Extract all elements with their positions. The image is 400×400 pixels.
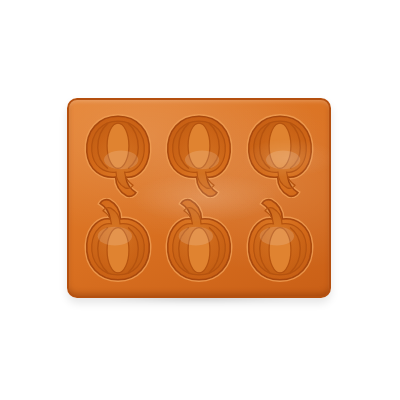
pumpkin-cavity-r1c0 bbox=[79, 198, 157, 293]
pumpkin-cavity-shape bbox=[79, 103, 157, 198]
pumpkin-cavity-r0c0 bbox=[79, 103, 157, 198]
cavity-highlight bbox=[98, 227, 132, 246]
pumpkin-cavity-shape bbox=[160, 103, 238, 198]
cavity-highlight bbox=[185, 151, 219, 170]
pumpkin-mold-tray bbox=[67, 98, 331, 298]
pumpkin-cavity-r0c1 bbox=[160, 103, 238, 198]
pumpkin-cavity-shape bbox=[241, 103, 319, 198]
cavity-highlight bbox=[260, 227, 294, 246]
cavity-highlight bbox=[266, 151, 300, 170]
pumpkin-cavity-shape bbox=[160, 198, 238, 293]
pumpkin-cavity-r1c1 bbox=[160, 198, 238, 293]
cavity-highlight bbox=[104, 151, 138, 170]
pumpkin-cavity-shape bbox=[241, 198, 319, 293]
photo-background bbox=[0, 0, 400, 400]
cavity-grid bbox=[67, 98, 331, 298]
pumpkin-cavity-shape bbox=[79, 198, 157, 293]
pumpkin-cavity-r0c2 bbox=[241, 103, 319, 198]
cavity-highlight bbox=[179, 227, 213, 246]
pumpkin-cavity-r1c2 bbox=[241, 198, 319, 293]
